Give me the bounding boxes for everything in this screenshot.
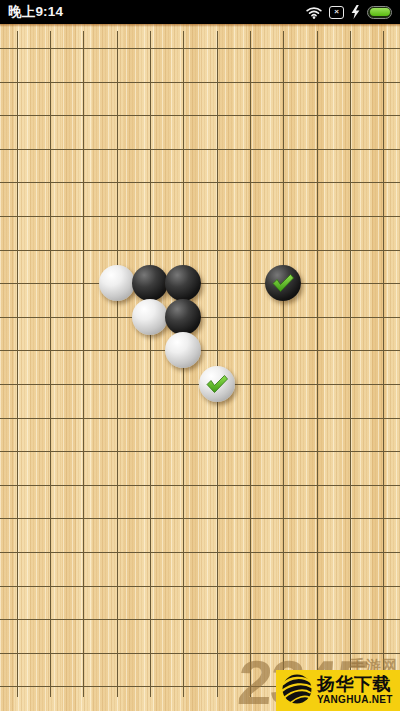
grid-vline <box>217 31 218 697</box>
black-stone <box>132 265 168 301</box>
grid-vline <box>350 31 351 697</box>
badge-title: 扬华下载 <box>317 675 393 694</box>
grid-hline <box>0 182 400 183</box>
white-stone-confirm[interactable] <box>199 366 235 402</box>
grid-vline <box>150 31 151 697</box>
grid-vline <box>83 31 84 697</box>
badge-domain: YANGHUA.NET <box>317 694 393 706</box>
grid-vline <box>117 31 118 697</box>
grid-vline <box>317 31 318 697</box>
grid-hline <box>0 518 400 519</box>
black-stone <box>165 299 201 335</box>
app-screen: 晚上9:14 × 2345 手游网 <box>0 0 400 711</box>
charging-bolt-icon <box>351 5 360 19</box>
grid-hline <box>0 451 400 452</box>
status-icons: × <box>306 5 392 19</box>
grid-vline <box>50 31 51 697</box>
grid-vline <box>283 31 284 697</box>
grid-hline <box>0 485 400 486</box>
wifi-icon <box>306 6 322 19</box>
grid-hline <box>0 48 400 49</box>
clock-text: 晚上9:14 <box>8 3 63 21</box>
go-board[interactable] <box>0 24 400 711</box>
grid-hline <box>0 619 400 620</box>
grid-hline <box>0 418 400 419</box>
grid-vline <box>250 31 251 697</box>
grid-vline <box>17 31 18 697</box>
grid-hline <box>0 82 400 83</box>
status-bar: 晚上9:14 × <box>0 0 400 24</box>
grid-hline <box>0 149 400 150</box>
no-sim-icon: × <box>329 6 344 19</box>
grid-hline <box>0 250 400 251</box>
battery-icon <box>367 6 392 19</box>
black-stone <box>165 265 201 301</box>
grid-hline <box>0 115 400 116</box>
black-stone-confirm[interactable] <box>265 265 301 301</box>
white-stone <box>132 299 168 335</box>
download-badge: 扬华下载 YANGHUA.NET <box>276 670 400 711</box>
grid-vline <box>383 31 384 697</box>
white-stone <box>165 332 201 368</box>
globe-swirl-icon <box>281 673 313 709</box>
grid-hline <box>0 586 400 587</box>
grid-hline <box>0 216 400 217</box>
grid-hline <box>0 552 400 553</box>
white-stone <box>99 265 135 301</box>
